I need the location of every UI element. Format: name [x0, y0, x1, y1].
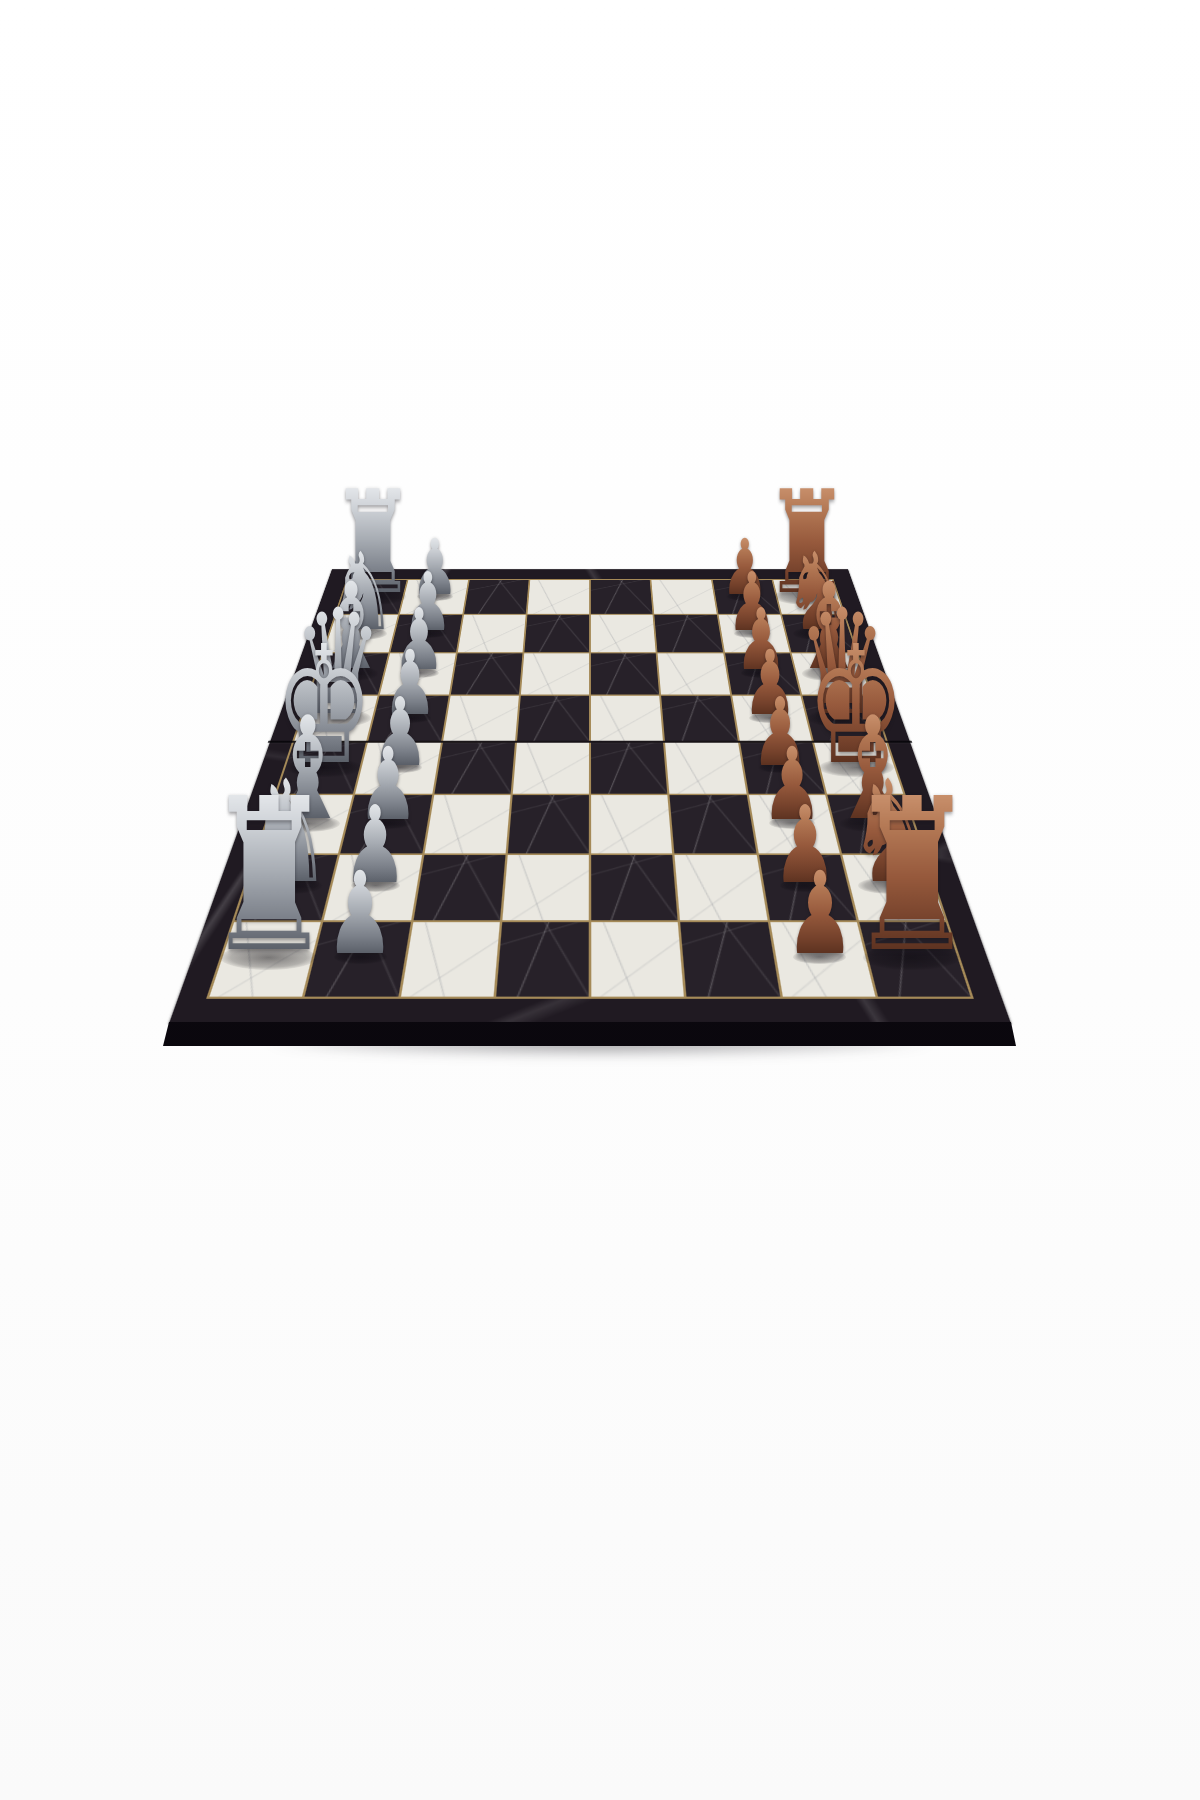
piece-white-rook-h1[interactable]: ♜: [204, 771, 333, 982]
piece-black-rook-h8[interactable]: ♜: [847, 771, 976, 982]
piece-black-pawn-h7[interactable]: ♟: [785, 857, 855, 971]
pieces-layer: ♜♟♟♜♞♟♟♞♝♟♟♝♛♟♟♛♚♟♟♚♝♟♟♝♞♟♟♞♜♟♟♜: [0, 0, 1200, 1800]
page-background: ♜♟♟♜♞♟♟♞♝♟♟♝♛♟♟♛♚♟♟♚♝♟♟♝♞♟♟♞♜♟♟♜: [0, 0, 1200, 1800]
piece-white-pawn-h2[interactable]: ♟: [326, 857, 396, 971]
